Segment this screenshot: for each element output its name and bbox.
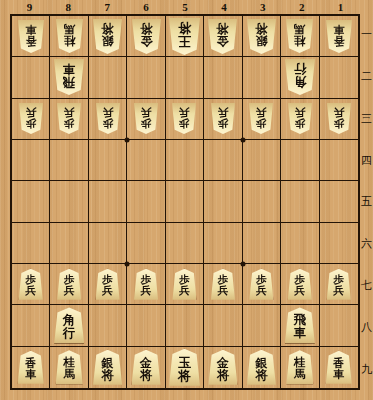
square-93[interactable]: 歩兵 — [12, 99, 50, 140]
file-label-5: 5 — [166, 0, 205, 13]
file-label-7: 7 — [88, 0, 127, 13]
piece-kanji: 馬 — [294, 23, 306, 35]
piece-kanji: 兵 — [218, 107, 229, 118]
shogi-app: 987654321 香車桂馬銀将金将王将金将銀将桂馬香車飛車角行歩兵歩兵歩兵歩兵… — [0, 0, 373, 400]
piece-pawn-gote[interactable]: 歩兵 — [288, 103, 312, 134]
square-13[interactable]: 歩兵 — [320, 99, 358, 140]
piece-kanji: 将 — [178, 369, 191, 382]
piece-silver-sente[interactable]: 銀将 — [247, 350, 276, 385]
piece-knight-sente[interactable]: 桂馬 — [56, 350, 83, 384]
square-45[interactable] — [204, 181, 242, 222]
square-46[interactable] — [204, 223, 242, 264]
square-72[interactable] — [89, 57, 127, 98]
piece-kanji: 将 — [255, 369, 267, 381]
piece-kanji: 銀 — [102, 35, 114, 47]
square-27[interactable]: 歩兵 — [281, 264, 319, 305]
rank-label-4: 四 — [360, 139, 373, 181]
piece-knight-gote[interactable]: 桂馬 — [56, 19, 83, 53]
piece-kanji: 桂 — [294, 35, 306, 47]
square-74[interactable] — [89, 140, 127, 181]
piece-kanji: 香 — [333, 35, 344, 46]
piece-pawn-sente[interactable]: 歩兵 — [57, 269, 81, 300]
rank-label-2: 二 — [360, 56, 373, 98]
piece-kanji: 兵 — [295, 107, 306, 118]
square-96[interactable] — [12, 223, 50, 264]
piece-kanji: 将 — [217, 369, 229, 381]
piece-knight-gote[interactable]: 桂馬 — [286, 19, 313, 53]
square-44[interactable] — [204, 140, 242, 181]
piece-kanji: 車 — [63, 63, 76, 76]
shogi-board: 香車桂馬銀将金将王将金将銀将桂馬香車飛車角行歩兵歩兵歩兵歩兵歩兵歩兵歩兵歩兵歩兵… — [10, 14, 360, 390]
piece-pawn-gote[interactable]: 歩兵 — [19, 103, 43, 134]
piece-gold-sente[interactable]: 金将 — [208, 350, 237, 385]
piece-pawn-gote[interactable]: 歩兵 — [249, 103, 273, 134]
square-21[interactable]: 桂馬 — [281, 16, 319, 57]
piece-kanji: 将 — [217, 22, 229, 34]
piece-pawn-sente[interactable]: 歩兵 — [172, 269, 196, 300]
piece-kanji: 将 — [102, 369, 114, 381]
rank-label-3: 三 — [360, 98, 373, 140]
square-34[interactable] — [243, 140, 281, 181]
piece-kanji: 歩 — [141, 117, 152, 128]
piece-kanji: 銀 — [255, 357, 267, 369]
piece-kanji: 馬 — [63, 369, 75, 381]
rank-label-5: 五 — [360, 181, 373, 223]
piece-kanji: 飛 — [63, 76, 76, 89]
piece-rook-sente[interactable]: 飛車 — [285, 307, 315, 343]
piece-lance-gote[interactable]: 香車 — [326, 20, 352, 53]
piece-gold-gote[interactable]: 金将 — [208, 19, 237, 54]
square-38[interactable] — [243, 305, 281, 346]
piece-kanji: 兵 — [256, 107, 267, 118]
square-59[interactable]: 玉将 — [166, 347, 204, 388]
square-11[interactable]: 香車 — [320, 16, 358, 57]
square-97[interactable]: 歩兵 — [12, 264, 50, 305]
piece-kanji: 兵 — [25, 107, 36, 118]
piece-kanji: 兵 — [334, 286, 345, 297]
square-68[interactable] — [127, 305, 165, 346]
piece-bishop-gote[interactable]: 角行 — [285, 59, 315, 95]
piece-bishop-sente[interactable]: 角行 — [54, 307, 84, 343]
piece-knight-sente[interactable]: 桂馬 — [286, 350, 313, 384]
file-coordinates: 987654321 — [10, 0, 360, 13]
file-label-9: 9 — [10, 0, 49, 13]
piece-kanji: 行 — [294, 63, 307, 76]
square-49[interactable]: 金将 — [204, 347, 242, 388]
piece-kanji: 歩 — [102, 117, 113, 128]
square-64[interactable] — [127, 140, 165, 181]
square-35[interactable] — [243, 181, 281, 222]
square-99[interactable]: 香車 — [12, 347, 50, 388]
piece-kanji: 兵 — [256, 286, 267, 297]
piece-kanji: 兵 — [64, 107, 75, 118]
file-label-3: 3 — [243, 0, 282, 13]
piece-kanji: 歩 — [295, 117, 306, 128]
square-79[interactable]: 銀将 — [89, 347, 127, 388]
piece-kanji: 兵 — [102, 286, 113, 297]
square-58[interactable] — [166, 305, 204, 346]
square-57[interactable]: 歩兵 — [166, 264, 204, 305]
piece-kanji: 王 — [178, 35, 191, 48]
piece-kanji: 車 — [294, 327, 307, 340]
piece-pawn-gote[interactable]: 歩兵 — [134, 103, 158, 134]
square-76[interactable] — [89, 223, 127, 264]
piece-kanji: 角 — [294, 76, 307, 89]
piece-kanji: 兵 — [141, 107, 152, 118]
square-56[interactable] — [166, 223, 204, 264]
square-88[interactable]: 角行 — [50, 305, 88, 346]
piece-gold-sente[interactable]: 金将 — [132, 350, 161, 385]
piece-king-sente[interactable]: 玉将 — [169, 349, 200, 386]
square-54[interactable] — [166, 140, 204, 181]
square-12[interactable] — [320, 57, 358, 98]
star-point — [125, 262, 130, 267]
square-41[interactable]: 金将 — [204, 16, 242, 57]
piece-kanji: 歩 — [218, 117, 229, 128]
piece-pawn-gote[interactable]: 歩兵 — [96, 103, 120, 134]
square-19[interactable]: 香車 — [320, 347, 358, 388]
square-52[interactable] — [166, 57, 204, 98]
square-67[interactable]: 歩兵 — [127, 264, 165, 305]
rank-label-9: 九 — [360, 348, 373, 390]
star-point — [125, 138, 130, 143]
piece-kanji: 馬 — [294, 369, 306, 381]
piece-pawn-gote[interactable]: 歩兵 — [211, 103, 235, 134]
rank-label-8: 八 — [360, 306, 373, 348]
square-23[interactable]: 歩兵 — [281, 99, 319, 140]
square-63[interactable]: 歩兵 — [127, 99, 165, 140]
piece-silver-sente[interactable]: 銀将 — [93, 350, 122, 385]
piece-pawn-sente[interactable]: 歩兵 — [134, 269, 158, 300]
piece-kanji: 金 — [140, 357, 152, 369]
piece-pawn-sente[interactable]: 歩兵 — [288, 269, 312, 300]
square-77[interactable]: 歩兵 — [89, 264, 127, 305]
square-37[interactable]: 歩兵 — [243, 264, 281, 305]
file-label-4: 4 — [204, 0, 243, 13]
square-14[interactable] — [320, 140, 358, 181]
square-65[interactable] — [127, 181, 165, 222]
piece-pawn-sente[interactable]: 歩兵 — [211, 269, 235, 300]
piece-pawn-gote[interactable]: 歩兵 — [57, 103, 81, 134]
square-25[interactable] — [281, 181, 319, 222]
piece-lance-gote[interactable]: 香車 — [18, 20, 44, 53]
piece-rook-gote[interactable]: 飛車 — [54, 59, 84, 95]
square-66[interactable] — [127, 223, 165, 264]
square-94[interactable] — [12, 140, 50, 181]
piece-kanji: 車 — [333, 23, 344, 34]
file-label-1: 1 — [321, 0, 360, 13]
piece-kanji: 歩 — [64, 117, 75, 128]
piece-kanji: 銀 — [102, 357, 114, 369]
square-82[interactable]: 飛車 — [50, 57, 88, 98]
piece-pawn-sente[interactable]: 歩兵 — [249, 269, 273, 300]
square-33[interactable]: 歩兵 — [243, 99, 281, 140]
square-31[interactable]: 銀将 — [243, 16, 281, 57]
square-81[interactable]: 桂馬 — [50, 16, 88, 57]
square-75[interactable] — [89, 181, 127, 222]
square-18[interactable] — [320, 305, 358, 346]
piece-pawn-sente[interactable]: 歩兵 — [327, 269, 351, 300]
piece-kanji: 兵 — [102, 107, 113, 118]
piece-silver-gote[interactable]: 銀将 — [247, 19, 276, 54]
square-26[interactable] — [281, 223, 319, 264]
piece-kanji: 車 — [333, 369, 344, 380]
file-label-6: 6 — [127, 0, 166, 13]
piece-kanji: 将 — [140, 22, 152, 34]
piece-lance-sente[interactable]: 香車 — [18, 351, 44, 384]
square-36[interactable] — [243, 223, 281, 264]
square-84[interactable] — [50, 140, 88, 181]
square-42[interactable] — [204, 57, 242, 98]
piece-kanji: 金 — [217, 35, 229, 47]
square-85[interactable] — [50, 181, 88, 222]
piece-kanji: 歩 — [179, 117, 190, 128]
piece-kanji: 香 — [25, 35, 36, 46]
square-22[interactable]: 角行 — [281, 57, 319, 98]
piece-pawn-gote[interactable]: 歩兵 — [172, 103, 196, 134]
rank-label-7: 七 — [360, 265, 373, 307]
square-87[interactable]: 歩兵 — [50, 264, 88, 305]
piece-kanji: 将 — [178, 21, 191, 34]
square-71[interactable]: 銀将 — [89, 16, 127, 57]
piece-kanji: 車 — [25, 23, 36, 34]
square-55[interactable] — [166, 181, 204, 222]
piece-kanji: 将 — [102, 22, 114, 34]
piece-kanji: 兵 — [25, 286, 36, 297]
piece-kanji: 兵 — [295, 286, 306, 297]
square-78[interactable] — [89, 305, 127, 346]
square-24[interactable] — [281, 140, 319, 181]
square-43[interactable]: 歩兵 — [204, 99, 242, 140]
square-47[interactable]: 歩兵 — [204, 264, 242, 305]
rank-label-1: 一 — [360, 14, 373, 56]
piece-kanji: 兵 — [334, 107, 345, 118]
piece-kanji: 将 — [255, 22, 267, 34]
square-51[interactable]: 王将 — [166, 16, 204, 57]
rank-label-6: 六 — [360, 223, 373, 265]
square-15[interactable] — [320, 181, 358, 222]
piece-gold-gote[interactable]: 金将 — [132, 19, 161, 54]
square-95[interactable] — [12, 181, 50, 222]
square-89[interactable]: 桂馬 — [50, 347, 88, 388]
piece-silver-gote[interactable]: 銀将 — [93, 19, 122, 54]
square-17[interactable]: 歩兵 — [320, 264, 358, 305]
piece-kanji: 兵 — [179, 107, 190, 118]
square-98[interactable] — [12, 305, 50, 346]
square-69[interactable]: 金将 — [127, 347, 165, 388]
rank-coordinates: 一二三四五六七八九 — [360, 14, 373, 390]
square-86[interactable] — [50, 223, 88, 264]
file-label-2: 2 — [282, 0, 321, 13]
square-53[interactable]: 歩兵 — [166, 99, 204, 140]
square-16[interactable] — [320, 223, 358, 264]
square-39[interactable]: 銀将 — [243, 347, 281, 388]
piece-kanji: 兵 — [218, 286, 229, 297]
square-29[interactable]: 桂馬 — [281, 347, 319, 388]
square-28[interactable]: 飛車 — [281, 305, 319, 346]
square-32[interactable] — [243, 57, 281, 98]
piece-kanji: 兵 — [179, 286, 190, 297]
piece-kanji: 玉 — [178, 356, 191, 369]
piece-kanji: 歩 — [256, 117, 267, 128]
piece-pawn-sente[interactable]: 歩兵 — [96, 269, 120, 300]
piece-kanji: 金 — [140, 35, 152, 47]
square-92[interactable] — [12, 57, 50, 98]
piece-kanji: 将 — [140, 369, 152, 381]
star-point — [240, 138, 245, 143]
piece-kanji: 行 — [63, 327, 76, 340]
square-83[interactable]: 歩兵 — [50, 99, 88, 140]
square-48[interactable] — [204, 305, 242, 346]
square-61[interactable]: 金将 — [127, 16, 165, 57]
piece-kanji: 車 — [25, 369, 36, 380]
square-91[interactable]: 香車 — [12, 16, 50, 57]
piece-kanji: 銀 — [255, 35, 267, 47]
piece-pawn-sente[interactable]: 歩兵 — [19, 269, 43, 300]
piece-kanji: 兵 — [64, 286, 75, 297]
piece-kanji: 桂 — [63, 35, 75, 47]
square-73[interactable]: 歩兵 — [89, 99, 127, 140]
star-point — [240, 262, 245, 267]
piece-kanji: 歩 — [334, 117, 345, 128]
piece-king-gote[interactable]: 王将 — [169, 18, 200, 55]
piece-lance-sente[interactable]: 香車 — [326, 351, 352, 384]
piece-kanji: 兵 — [141, 286, 152, 297]
piece-kanji: 歩 — [25, 117, 36, 128]
piece-pawn-gote[interactable]: 歩兵 — [327, 103, 351, 134]
square-62[interactable] — [127, 57, 165, 98]
piece-kanji: 金 — [217, 357, 229, 369]
file-label-8: 8 — [49, 0, 88, 13]
piece-kanji: 馬 — [63, 23, 75, 35]
